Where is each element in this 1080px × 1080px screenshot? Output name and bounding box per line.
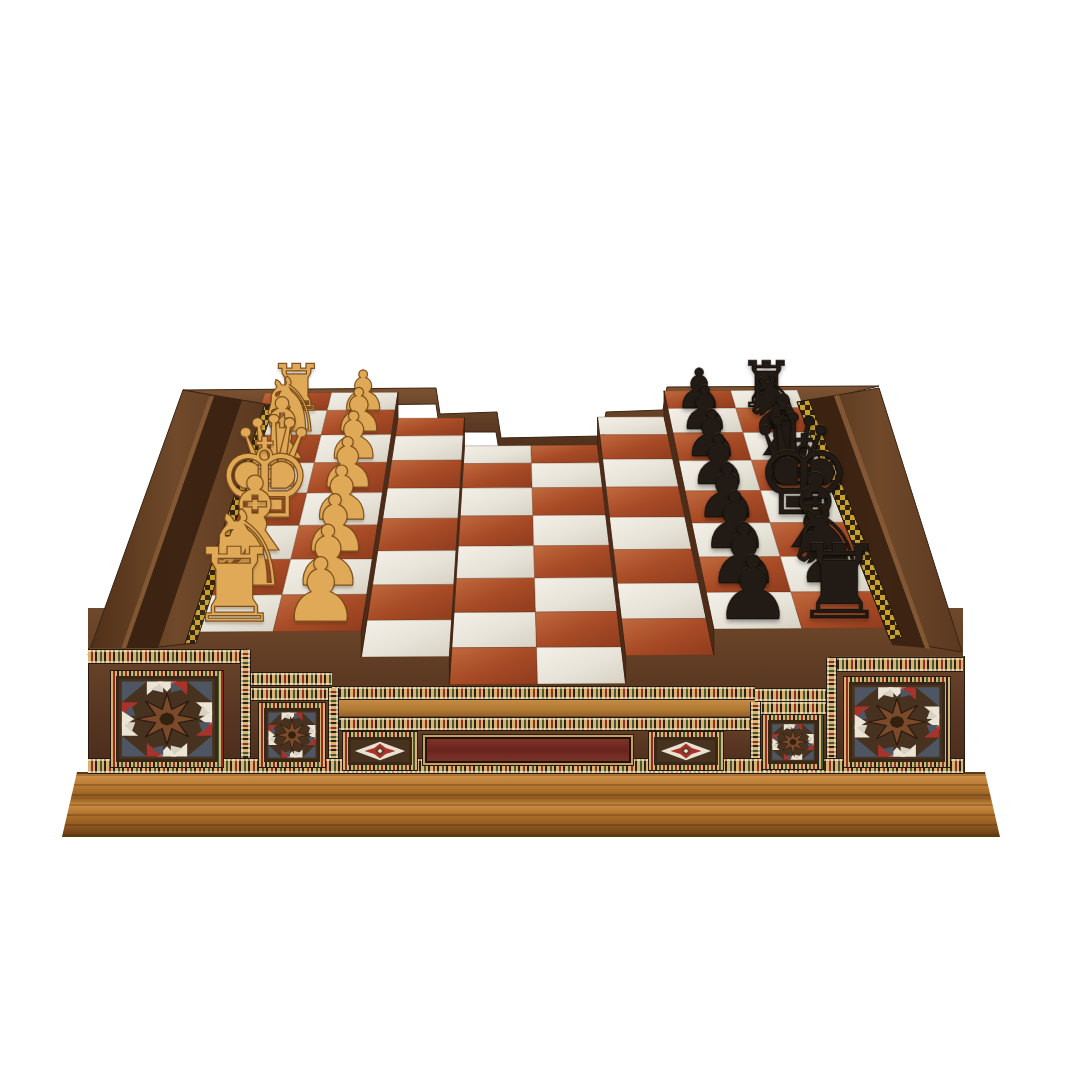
piece-black-rook-h8[interactable]: ♜ — [788, 532, 891, 635]
chess-set-photo: ♜♞♝♛♚♝♞♜♟♟♟♟♟♟♟♟♟♟♟♟♟♟♟♟♜♞♝♛♚♝♞♜ — [0, 0, 1080, 1080]
piece-black-pawn-h7[interactable]: ♟ — [709, 545, 797, 633]
piece-white-pawn-h2[interactable]: ♟ — [277, 547, 365, 635]
piece-white-rook-h1[interactable]: ♜ — [183, 535, 286, 638]
pieces-layer: ♜♞♝♛♚♝♞♜♟♟♟♟♟♟♟♟♟♟♟♟♟♟♟♟♜♞♝♛♚♝♞♜ — [0, 0, 1080, 1080]
